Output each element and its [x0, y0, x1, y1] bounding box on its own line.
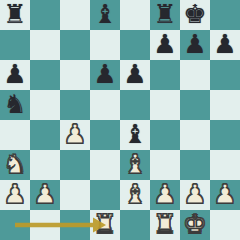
piece-black-king-g8[interactable]: ♚ [183, 0, 206, 29]
square-b2[interactable]: ♟ [30, 180, 60, 210]
chessboard: ♜♝♜♚♟♟♟♟♟♟♞♟♝♞♝♟♟♝♟♟♟♜♜♚ [0, 0, 240, 240]
square-e6[interactable]: ♟ [120, 60, 150, 90]
square-h4[interactable] [210, 120, 240, 150]
square-d8[interactable]: ♝ [90, 0, 120, 30]
square-e2[interactable]: ♝ [120, 180, 150, 210]
piece-black-knight-a5[interactable]: ♞ [3, 89, 26, 119]
square-f7[interactable]: ♟ [150, 30, 180, 60]
square-g1[interactable]: ♚ [180, 210, 210, 240]
piece-black-pawn-a6[interactable]: ♟ [3, 59, 26, 89]
piece-black-pawn-g7[interactable]: ♟ [183, 29, 206, 59]
piece-white-pawn-f2[interactable]: ♟ [153, 179, 176, 209]
square-h6[interactable] [210, 60, 240, 90]
piece-white-pawn-b2[interactable]: ♟ [33, 179, 56, 209]
square-a1[interactable] [0, 210, 30, 240]
square-e3[interactable]: ♝ [120, 150, 150, 180]
piece-black-pawn-d6[interactable]: ♟ [93, 59, 116, 89]
square-a7[interactable] [0, 30, 30, 60]
piece-white-pawn-g2[interactable]: ♟ [183, 179, 206, 209]
square-d7[interactable] [90, 30, 120, 60]
square-e8[interactable] [120, 0, 150, 30]
square-c1[interactable] [60, 210, 90, 240]
square-d5[interactable] [90, 90, 120, 120]
square-f5[interactable] [150, 90, 180, 120]
square-c4[interactable]: ♟ [60, 120, 90, 150]
square-f3[interactable] [150, 150, 180, 180]
square-e1[interactable] [120, 210, 150, 240]
square-h2[interactable]: ♟ [210, 180, 240, 210]
square-e4[interactable]: ♝ [120, 120, 150, 150]
square-d4[interactable] [90, 120, 120, 150]
square-c5[interactable] [60, 90, 90, 120]
square-a4[interactable] [0, 120, 30, 150]
square-g5[interactable] [180, 90, 210, 120]
piece-black-bishop-d8[interactable]: ♝ [93, 0, 116, 29]
square-g2[interactable]: ♟ [180, 180, 210, 210]
square-a6[interactable]: ♟ [0, 60, 30, 90]
square-g3[interactable] [180, 150, 210, 180]
piece-white-knight-a3[interactable]: ♞ [3, 149, 26, 179]
square-c8[interactable] [60, 0, 90, 30]
square-f8[interactable]: ♜ [150, 0, 180, 30]
square-g6[interactable] [180, 60, 210, 90]
square-c6[interactable] [60, 60, 90, 90]
square-f2[interactable]: ♟ [150, 180, 180, 210]
square-e5[interactable] [120, 90, 150, 120]
square-c2[interactable] [60, 180, 90, 210]
piece-white-king-g1[interactable]: ♚ [183, 209, 206, 239]
piece-black-pawn-h7[interactable]: ♟ [213, 29, 236, 59]
square-d6[interactable]: ♟ [90, 60, 120, 90]
square-h8[interactable] [210, 0, 240, 30]
piece-white-pawn-c4[interactable]: ♟ [63, 119, 86, 149]
square-h3[interactable] [210, 150, 240, 180]
square-f4[interactable] [150, 120, 180, 150]
square-b5[interactable] [30, 90, 60, 120]
piece-white-bishop-e2[interactable]: ♝ [123, 179, 146, 209]
square-b6[interactable] [30, 60, 60, 90]
square-a8[interactable]: ♜ [0, 0, 30, 30]
square-b1[interactable] [30, 210, 60, 240]
piece-white-rook-f1[interactable]: ♜ [153, 209, 176, 239]
square-b8[interactable] [30, 0, 60, 30]
square-b3[interactable] [30, 150, 60, 180]
square-h5[interactable] [210, 90, 240, 120]
square-g8[interactable]: ♚ [180, 0, 210, 30]
square-b4[interactable] [30, 120, 60, 150]
piece-black-rook-f8[interactable]: ♜ [153, 0, 176, 29]
square-h7[interactable]: ♟ [210, 30, 240, 60]
square-d2[interactable] [90, 180, 120, 210]
piece-white-rook-d1[interactable]: ♜ [93, 209, 116, 239]
piece-black-bishop-e4[interactable]: ♝ [123, 119, 146, 149]
piece-white-pawn-a2[interactable]: ♟ [3, 179, 26, 209]
board-grid: ♜♝♜♚♟♟♟♟♟♟♞♟♝♞♝♟♟♝♟♟♟♜♜♚ [0, 0, 240, 240]
square-d1[interactable]: ♜ [90, 210, 120, 240]
square-g7[interactable]: ♟ [180, 30, 210, 60]
square-c3[interactable] [60, 150, 90, 180]
square-a3[interactable]: ♞ [0, 150, 30, 180]
square-g4[interactable] [180, 120, 210, 150]
square-b7[interactable] [30, 30, 60, 60]
square-a2[interactable]: ♟ [0, 180, 30, 210]
square-e7[interactable] [120, 30, 150, 60]
piece-black-pawn-e6[interactable]: ♟ [123, 59, 146, 89]
square-f6[interactable] [150, 60, 180, 90]
piece-white-bishop-e3[interactable]: ♝ [123, 149, 146, 179]
piece-black-rook-a8[interactable]: ♜ [3, 0, 26, 29]
square-d3[interactable] [90, 150, 120, 180]
piece-white-pawn-h2[interactable]: ♟ [213, 179, 236, 209]
square-a5[interactable]: ♞ [0, 90, 30, 120]
square-c7[interactable] [60, 30, 90, 60]
piece-black-pawn-f7[interactable]: ♟ [153, 29, 176, 59]
square-h1[interactable] [210, 210, 240, 240]
square-f1[interactable]: ♜ [150, 210, 180, 240]
